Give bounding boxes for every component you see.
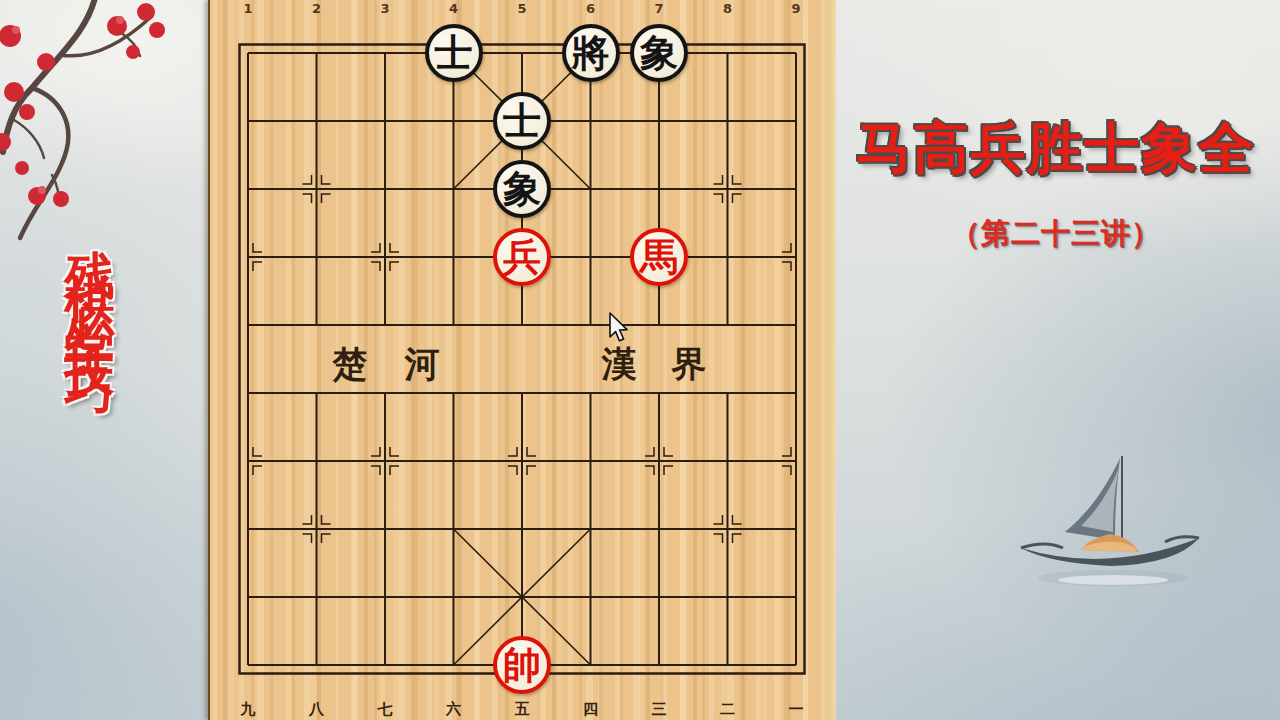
piece-red-pawn[interactable]: 兵 xyxy=(493,228,551,286)
piece-glyph: 兵 xyxy=(503,232,541,282)
file-label-bottom: 三 xyxy=(646,700,672,719)
piece-black-advisor-left[interactable]: 士 xyxy=(425,24,483,82)
file-label-top: 7 xyxy=(646,1,672,16)
lesson-title: 马高兵胜士象全 xyxy=(832,112,1280,186)
piece-glyph: 士 xyxy=(435,28,473,78)
river-label: 界 xyxy=(667,341,711,388)
file-label-bottom: 九 xyxy=(235,700,261,719)
file-label-bottom: 七 xyxy=(372,700,398,719)
file-label-bottom: 八 xyxy=(304,700,330,719)
piece-red-horse[interactable]: 馬 xyxy=(630,228,688,286)
title-panel: 马高兵胜士象全 （第二十三讲） xyxy=(832,0,1280,254)
file-label-bottom: 一 xyxy=(783,700,809,719)
video-frame: 残棋必学技巧 123456789 九八七六五四三二一 楚河漢界 士將象士象兵馬帥… xyxy=(0,0,1280,720)
river-label: 漢 xyxy=(597,341,641,388)
piece-glyph: 將 xyxy=(572,28,610,78)
mouse-cursor xyxy=(608,312,630,346)
file-label-top: 6 xyxy=(578,1,604,16)
file-label-top: 3 xyxy=(372,1,398,16)
piece-glyph: 馬 xyxy=(640,232,678,282)
piece-glyph: 象 xyxy=(503,164,541,214)
file-label-bottom: 五 xyxy=(509,700,535,719)
file-label-top: 5 xyxy=(509,1,535,16)
piece-black-advisor-center[interactable]: 士 xyxy=(493,92,551,150)
piece-black-general[interactable]: 將 xyxy=(562,24,620,82)
piece-black-elephant-right[interactable]: 象 xyxy=(630,24,688,82)
piece-red-king[interactable]: 帥 xyxy=(493,636,551,694)
lesson-subtitle: （第二十三讲） xyxy=(832,214,1280,254)
file-label-top: 4 xyxy=(441,1,467,16)
file-label-top: 1 xyxy=(235,1,261,16)
file-label-top: 9 xyxy=(783,1,809,16)
file-label-top: 8 xyxy=(715,1,741,16)
file-label-bottom: 四 xyxy=(578,700,604,719)
file-label-bottom: 二 xyxy=(715,700,741,719)
piece-glyph: 帥 xyxy=(503,640,541,690)
file-label-top: 2 xyxy=(304,1,330,16)
boat-decoration xyxy=(1015,438,1210,603)
file-label-bottom: 六 xyxy=(441,700,467,719)
piece-glyph: 象 xyxy=(640,28,678,78)
left-banner-text: 残棋必学技巧 xyxy=(57,210,124,354)
river-label: 河 xyxy=(400,341,444,388)
piece-glyph: 士 xyxy=(503,96,541,146)
xiangqi-board[interactable]: 123456789 九八七六五四三二一 楚河漢界 士將象士象兵馬帥 xyxy=(208,0,834,720)
river-label: 楚 xyxy=(328,341,372,388)
piece-black-elephant-center[interactable]: 象 xyxy=(493,160,551,218)
